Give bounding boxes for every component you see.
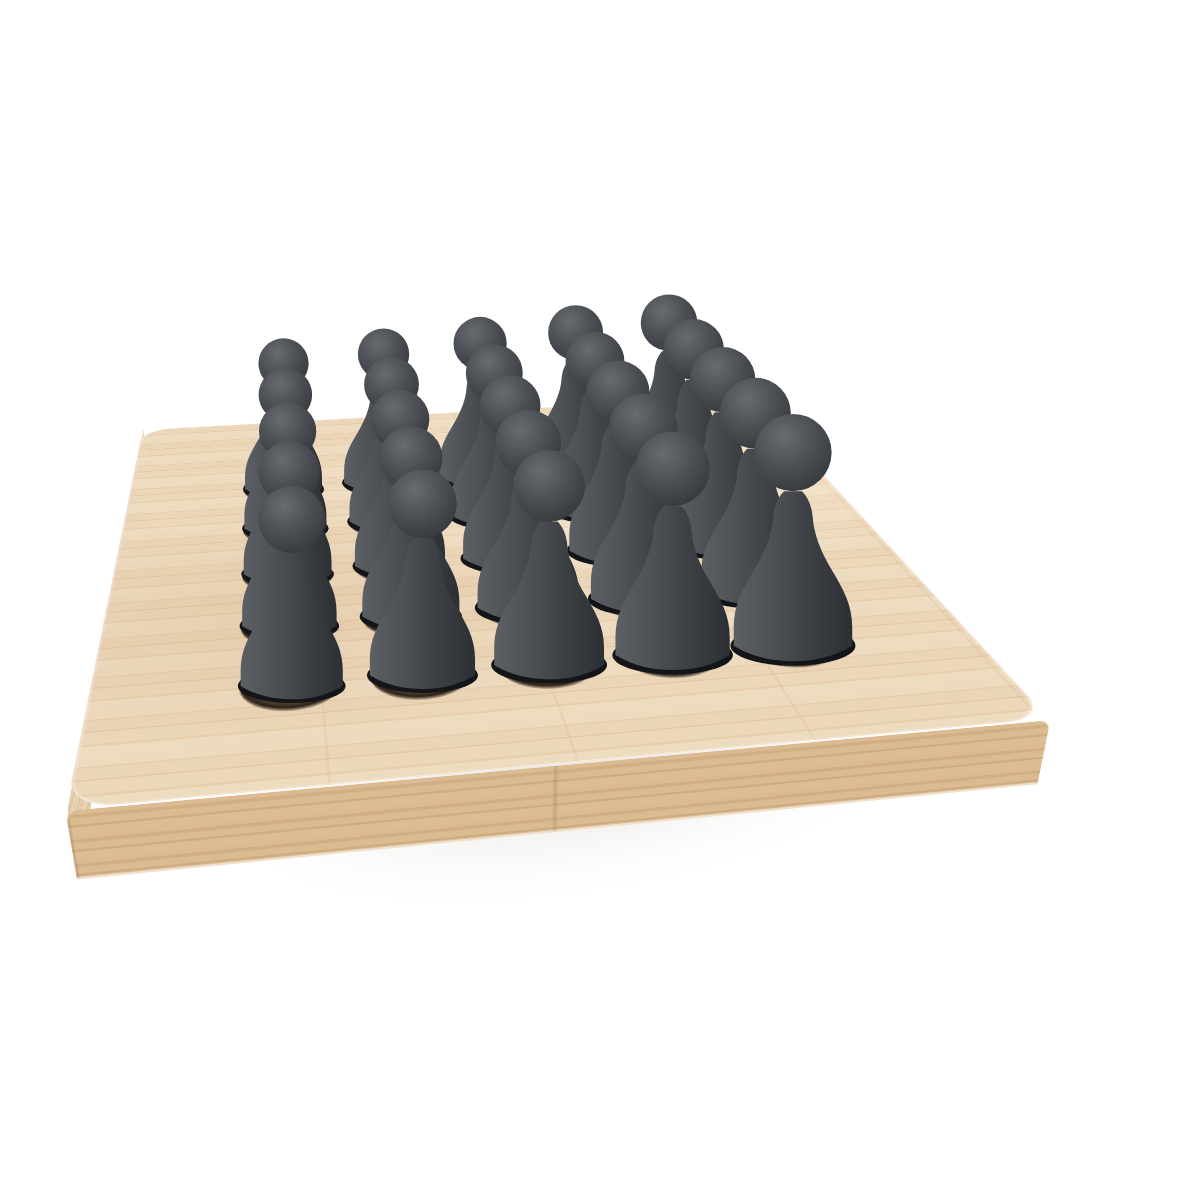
- black-pawn-r5c3[interactable]: [487, 438, 611, 691]
- black-pawn-r5c5[interactable]: [726, 401, 860, 674]
- black-pawn-r5c1[interactable]: [234, 475, 349, 710]
- product-photo-scene: [0, 0, 1180, 1180]
- black-pawn-r5c2[interactable]: [363, 458, 482, 700]
- black-pawn-r5c4[interactable]: [608, 419, 737, 682]
